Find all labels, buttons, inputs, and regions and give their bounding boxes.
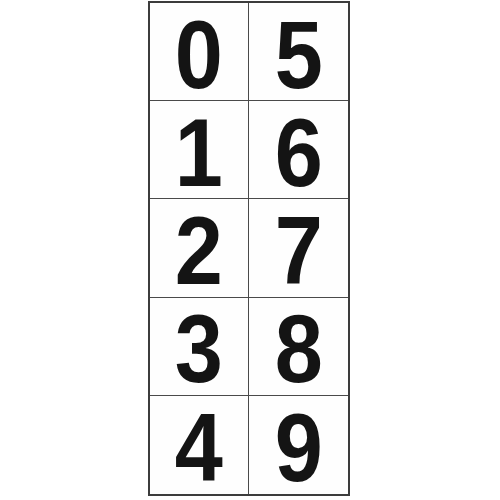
digit-8: 8 — [274, 301, 322, 396]
digit-7: 7 — [274, 203, 322, 298]
cell-r1c1: 6 — [249, 101, 348, 199]
digit-6: 6 — [274, 105, 322, 200]
digit-2: 2 — [175, 203, 223, 298]
cell-r2c1: 7 — [249, 199, 348, 297]
number-sticker-sheet: 0 5 1 6 2 7 3 8 4 9 — [148, 1, 350, 496]
cell-r4c1: 9 — [249, 396, 348, 494]
cell-r3c1: 8 — [249, 298, 348, 396]
digit-5: 5 — [274, 7, 322, 102]
cell-r0c0: 0 — [150, 3, 249, 101]
digit-3: 3 — [175, 301, 223, 396]
digit-1: 1 — [175, 105, 223, 200]
cell-r2c0: 2 — [150, 199, 249, 297]
cell-r3c0: 3 — [150, 298, 249, 396]
digit-4: 4 — [175, 400, 223, 494]
cell-r0c1: 5 — [249, 3, 348, 101]
cell-r4c0: 4 — [150, 396, 249, 494]
digit-0: 0 — [175, 7, 223, 102]
digit-9: 9 — [274, 400, 322, 494]
cell-r1c0: 1 — [150, 101, 249, 199]
